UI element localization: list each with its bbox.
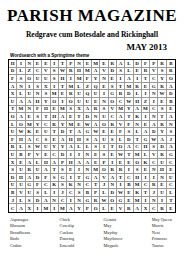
grid-cell: A bbox=[134, 204, 142, 212]
grid-cell: T bbox=[59, 83, 67, 91]
grid-cell: Z bbox=[142, 98, 150, 106]
grid-cell: R bbox=[158, 83, 166, 91]
grid-cell: N bbox=[150, 166, 158, 174]
grid-cell: G bbox=[84, 128, 92, 136]
word-item: Maypole bbox=[103, 243, 122, 249]
grid-cell: N bbox=[134, 121, 142, 129]
grid-cell: V bbox=[100, 174, 108, 182]
grid-cell: H bbox=[17, 174, 25, 182]
grid-cell: M bbox=[134, 182, 142, 190]
grid-cell: Y bbox=[42, 98, 50, 106]
grid-cell: N bbox=[34, 90, 42, 98]
grid-cell: A bbox=[42, 166, 50, 174]
grid-cell: E bbox=[117, 159, 125, 167]
grid-cell: R bbox=[125, 204, 133, 212]
grid-cell: M bbox=[67, 121, 75, 129]
grid-cell: V bbox=[117, 121, 125, 129]
grid-cell: C bbox=[167, 159, 175, 167]
grid-cell: Y bbox=[59, 144, 67, 152]
grid-cell: M bbox=[92, 166, 100, 174]
grid-cell: O bbox=[167, 75, 175, 83]
grid-cell: M bbox=[59, 204, 67, 212]
grid-cell: D bbox=[59, 128, 67, 136]
grid-cell: I bbox=[34, 204, 42, 212]
grid-cell: E bbox=[51, 106, 59, 114]
grid-cell: C bbox=[34, 136, 42, 144]
grid-cell: H bbox=[17, 136, 25, 144]
grid-cell: K bbox=[26, 128, 34, 136]
grid-cell: S bbox=[42, 90, 50, 98]
grid-cell: O bbox=[100, 166, 108, 174]
grid-cell: M bbox=[142, 106, 150, 114]
grid-cell: W bbox=[117, 189, 125, 197]
grid-cell: M bbox=[84, 68, 92, 76]
grid-cell: L bbox=[125, 68, 133, 76]
grid-cell: S bbox=[34, 83, 42, 91]
grid-cell: O bbox=[92, 204, 100, 212]
grid-cell: D bbox=[150, 128, 158, 136]
grid-cell: N bbox=[150, 90, 158, 98]
grid-cell: R bbox=[51, 121, 59, 129]
grid-cell: R bbox=[9, 144, 17, 152]
grid-cell: S bbox=[9, 166, 17, 174]
grid-cell: I bbox=[51, 204, 59, 212]
grid-cell: W bbox=[59, 68, 67, 76]
grid-cell: T bbox=[92, 182, 100, 190]
grid-cell: D bbox=[34, 174, 42, 182]
grid-cell: T bbox=[75, 113, 83, 121]
grid-cell: I bbox=[158, 197, 166, 205]
grid-cell: A bbox=[67, 204, 75, 212]
grid-cell: L bbox=[142, 151, 150, 159]
grid-cell: D bbox=[9, 68, 17, 76]
grid-cell: G bbox=[167, 151, 175, 159]
grid-cell: R bbox=[109, 121, 117, 129]
grid-cell: E bbox=[142, 166, 150, 174]
grid-cell: T bbox=[51, 166, 59, 174]
grid-cell: C bbox=[34, 68, 42, 76]
grid-cell: U bbox=[92, 90, 100, 98]
grid-cell: W bbox=[17, 128, 25, 136]
grid-cell: V bbox=[34, 151, 42, 159]
grid-cell: W bbox=[158, 90, 166, 98]
grid-cell: K bbox=[134, 189, 142, 197]
grid-cell: E bbox=[84, 60, 92, 68]
grid-cell: A bbox=[158, 136, 166, 144]
grid-cell: H bbox=[75, 136, 83, 144]
grid-cell: Q bbox=[84, 90, 92, 98]
grid-cell: C bbox=[9, 204, 17, 212]
grid-cell: G bbox=[84, 174, 92, 182]
grid-cell: A bbox=[92, 136, 100, 144]
grid-cell: I bbox=[67, 151, 75, 159]
grid-cell: M bbox=[117, 106, 125, 114]
word-item: Taurus bbox=[152, 243, 172, 249]
grid-cell: L bbox=[134, 90, 142, 98]
grid-cell: A bbox=[142, 128, 150, 136]
grid-cell: N bbox=[100, 75, 108, 83]
grid-cell: C bbox=[150, 159, 158, 167]
grid-cell: U bbox=[100, 113, 108, 121]
grid-cell: U bbox=[100, 136, 108, 144]
grid-cell: T bbox=[117, 83, 125, 91]
grid-cell: I bbox=[59, 98, 67, 106]
grid-cell: U bbox=[42, 144, 50, 152]
grid-cell: W bbox=[150, 136, 158, 144]
grid-cell: T bbox=[125, 151, 133, 159]
grid-cell: T bbox=[142, 189, 150, 197]
grid-cell: I bbox=[51, 60, 59, 68]
grid-cell: A bbox=[150, 121, 158, 129]
grid-cell: S bbox=[51, 174, 59, 182]
grid-cell: V bbox=[100, 68, 108, 76]
grid-cell: Y bbox=[125, 106, 133, 114]
grid-cell: R bbox=[92, 106, 100, 114]
grid-cell: X bbox=[9, 90, 17, 98]
grid-cell: V bbox=[117, 204, 125, 212]
grid-cell: A bbox=[117, 60, 125, 68]
grid-cell: J bbox=[150, 189, 158, 197]
grid-cell: A bbox=[26, 174, 34, 182]
grid-cell: U bbox=[9, 151, 17, 159]
grid-cell: C bbox=[150, 75, 158, 83]
grid-cell: C bbox=[84, 182, 92, 190]
grid-cell: A bbox=[92, 121, 100, 129]
grid-cell: E bbox=[51, 136, 59, 144]
grid-cell: R bbox=[158, 204, 166, 212]
grid-cell: N bbox=[26, 60, 34, 68]
grid-cell: U bbox=[26, 189, 34, 197]
grid-cell: I bbox=[75, 166, 83, 174]
grid-cell: W bbox=[125, 98, 133, 106]
grid-cell: C bbox=[42, 121, 50, 129]
grid-cell: N bbox=[158, 174, 166, 182]
grid-cell: Y bbox=[75, 204, 83, 212]
grid-cell: I bbox=[67, 75, 75, 83]
grid-cell: P bbox=[59, 159, 67, 167]
grid-cell: E bbox=[158, 98, 166, 106]
grid-cell: S bbox=[26, 144, 34, 152]
grid-cell: E bbox=[109, 75, 117, 83]
grid-cell: C bbox=[150, 204, 158, 212]
grid-cell: X bbox=[26, 204, 34, 212]
grid-cell: I bbox=[150, 174, 158, 182]
grid-cell: S bbox=[117, 68, 125, 76]
grid-cell: I bbox=[100, 90, 108, 98]
grid-cell: Y bbox=[158, 128, 166, 136]
grid-cell: I bbox=[142, 174, 150, 182]
grid-cell: N bbox=[92, 113, 100, 121]
grid-cell: B bbox=[17, 151, 25, 159]
grid-cell: L bbox=[34, 159, 42, 167]
grid-cell: M bbox=[92, 60, 100, 68]
grid-cell: O bbox=[100, 121, 108, 129]
grid-cell: I bbox=[67, 174, 75, 182]
grid-cell: O bbox=[9, 113, 17, 121]
grid-cell: L bbox=[17, 68, 25, 76]
grid-cell: I bbox=[117, 182, 125, 190]
grid-cell: P bbox=[67, 60, 75, 68]
grid-cell: S bbox=[51, 68, 59, 76]
grid-cell: P bbox=[150, 60, 158, 68]
grid-cell: E bbox=[92, 159, 100, 167]
grid-cell: E bbox=[158, 182, 166, 190]
grid-cell: Q bbox=[92, 83, 100, 91]
grid-cell: S bbox=[34, 189, 42, 197]
grid-cell: W bbox=[100, 197, 108, 205]
grid-cell: L bbox=[125, 60, 133, 68]
grid-cell: T bbox=[158, 113, 166, 121]
grid-cell: I bbox=[125, 166, 133, 174]
grid-cell: O bbox=[17, 121, 25, 129]
grid-cell: E bbox=[100, 128, 108, 136]
grid-cell: L bbox=[42, 189, 50, 197]
grid-cell: H bbox=[42, 106, 50, 114]
grid-cell: L bbox=[134, 128, 142, 136]
grid-cell: N bbox=[51, 197, 59, 205]
grid-cell: F bbox=[9, 136, 17, 144]
grid-cell: I bbox=[142, 197, 150, 205]
grid-cell: I bbox=[17, 60, 25, 68]
grid-cell: E bbox=[17, 159, 25, 167]
grid-cell: U bbox=[42, 75, 50, 83]
grid-cell: U bbox=[34, 75, 42, 83]
grid-cell: U bbox=[9, 128, 17, 136]
grid-cell: E bbox=[34, 128, 42, 136]
grid-cell: E bbox=[59, 90, 67, 98]
grid-cell: A bbox=[92, 174, 100, 182]
grid-cell: T bbox=[125, 113, 133, 121]
grid-cell: T bbox=[117, 174, 125, 182]
grid-cell: J bbox=[100, 182, 108, 190]
page-title: PARISH MAGAZINE bbox=[0, 6, 184, 26]
grid-cell: D bbox=[125, 136, 133, 144]
grid-cell: S bbox=[34, 113, 42, 121]
grid-cell: A bbox=[17, 204, 25, 212]
grid-cell: G bbox=[59, 174, 67, 182]
grid-cell: H bbox=[75, 68, 83, 76]
grid-cell: M bbox=[75, 75, 83, 83]
grid-cell: M bbox=[42, 204, 50, 212]
grid-cell: F bbox=[34, 182, 42, 190]
grid-cell: T bbox=[42, 113, 50, 121]
grid-cell: S bbox=[109, 136, 117, 144]
grid-cell: N bbox=[75, 60, 83, 68]
grid-cell: O bbox=[134, 159, 142, 167]
grid-cell: W bbox=[84, 121, 92, 129]
grid-cell: I bbox=[142, 90, 150, 98]
grid-cell: S bbox=[42, 136, 50, 144]
grid-cell: A bbox=[42, 197, 50, 205]
grid-cell: E bbox=[142, 83, 150, 91]
grid-cell: L bbox=[75, 144, 83, 152]
grid-cell: R bbox=[142, 68, 150, 76]
grid-cell: U bbox=[9, 182, 17, 190]
word-list-column: ChickCowslipCuckooDancingEmerald bbox=[60, 217, 75, 249]
grid-cell: A bbox=[84, 159, 92, 167]
issue-date: MAY 2013 bbox=[0, 42, 184, 52]
grid-cell: T bbox=[51, 128, 59, 136]
grid-cell: I bbox=[100, 144, 108, 152]
grid-cell: T bbox=[75, 174, 83, 182]
grid-cell: O bbox=[117, 144, 125, 152]
grid-cell: U bbox=[17, 182, 25, 190]
grid-cell: N bbox=[26, 106, 34, 114]
grid-cell: D bbox=[167, 90, 175, 98]
grid-cell: P bbox=[100, 159, 108, 167]
grid-cell: B bbox=[125, 182, 133, 190]
grid-cell: N bbox=[75, 197, 83, 205]
grid-cell: Z bbox=[84, 83, 92, 91]
grid-cell: N bbox=[167, 121, 175, 129]
grid-cell: S bbox=[158, 106, 166, 114]
grid-cell: N bbox=[150, 113, 158, 121]
magazine-page: PARISH MAGAZINE Redgrave cum Botesdale a… bbox=[0, 0, 184, 260]
grid-cell: E bbox=[75, 121, 83, 129]
grid-cell: U bbox=[42, 128, 50, 136]
grid-cell: I bbox=[142, 113, 150, 121]
grid-cell: E bbox=[34, 60, 42, 68]
grid-cell: N bbox=[150, 197, 158, 205]
grid-cell: U bbox=[158, 159, 166, 167]
grid-cell: T bbox=[59, 60, 67, 68]
grid-cell: M bbox=[67, 83, 75, 91]
grid-cell: K bbox=[51, 182, 59, 190]
grid-cell: D bbox=[125, 90, 133, 98]
grid-cell: U bbox=[9, 98, 17, 106]
grid-cell: T bbox=[134, 136, 142, 144]
grid-cell: B bbox=[9, 189, 17, 197]
grid-cell: A bbox=[17, 98, 25, 106]
grid-cell: K bbox=[134, 113, 142, 121]
grid-cell: C bbox=[150, 106, 158, 114]
grid-cell: W bbox=[117, 151, 125, 159]
grid-cell: K bbox=[142, 159, 150, 167]
grid-cell: V bbox=[150, 68, 158, 76]
grid-cell: R bbox=[67, 90, 75, 98]
grid-cell: U bbox=[26, 90, 34, 98]
grid-cell: I bbox=[75, 151, 83, 159]
word-list-column: GeminiMayMaydayMayflowerMaypole bbox=[103, 217, 122, 249]
grid-cell: E bbox=[109, 151, 117, 159]
grid-cell: J bbox=[59, 189, 67, 197]
grid-cell: S bbox=[17, 75, 25, 83]
grid-cell: A bbox=[17, 113, 25, 121]
grid-cell: L bbox=[9, 121, 17, 129]
grid-cell: D bbox=[84, 113, 92, 121]
grid-cell: E bbox=[125, 189, 133, 197]
grid-cell: Y bbox=[158, 75, 166, 83]
word-item: Catkin bbox=[10, 243, 30, 249]
word-list-column: AsparagusBlossomBroadbeansBudsCatkin bbox=[10, 217, 30, 249]
grid-cell: A bbox=[75, 128, 83, 136]
grid-cell: A bbox=[26, 159, 34, 167]
grid-cell: E bbox=[100, 60, 108, 68]
grid-cell: N bbox=[100, 98, 108, 106]
grid-cell: N bbox=[17, 83, 25, 91]
grid-cell: R bbox=[109, 60, 117, 68]
grid-cell: C bbox=[67, 189, 75, 197]
grid-cell: W bbox=[92, 128, 100, 136]
grid-cell: G bbox=[150, 83, 158, 91]
grid-cell: C bbox=[167, 182, 175, 190]
grid-cell: C bbox=[42, 182, 50, 190]
grid-cell: E bbox=[167, 204, 175, 212]
grid-cell: P bbox=[26, 151, 34, 159]
grid-cell: A bbox=[167, 83, 175, 91]
grid-cell: S bbox=[109, 83, 117, 91]
grid-cell: I bbox=[117, 75, 125, 83]
grid-cell: A bbox=[59, 113, 67, 121]
grid-cell: E bbox=[100, 83, 108, 91]
grid-cell: N bbox=[84, 166, 92, 174]
grid-cell: A bbox=[84, 106, 92, 114]
grid-cell: I bbox=[51, 83, 59, 91]
grid-cell: G bbox=[117, 197, 125, 205]
grid-cell: O bbox=[109, 197, 117, 205]
grid-cell: E bbox=[67, 113, 75, 121]
grid-cell: R bbox=[92, 197, 100, 205]
grid-cell: L bbox=[17, 197, 25, 205]
grid-cell: D bbox=[109, 189, 117, 197]
grid-cell: A bbox=[26, 136, 34, 144]
grid-cell: L bbox=[84, 144, 92, 152]
grid-cell: L bbox=[100, 204, 108, 212]
grid-cell: S bbox=[150, 144, 158, 152]
grid-cell: A bbox=[134, 106, 142, 114]
grid-cell: F bbox=[34, 106, 42, 114]
grid-cell: I bbox=[150, 98, 158, 106]
grid-cell: I bbox=[67, 197, 75, 205]
grid-cell: L bbox=[17, 144, 25, 152]
grid-cell: G bbox=[109, 90, 117, 98]
grid-cell: H bbox=[59, 75, 67, 83]
grid-cell: R bbox=[158, 60, 166, 68]
grid-cell: E bbox=[142, 121, 150, 129]
grid-cell: J bbox=[9, 197, 17, 205]
grid-cell: L bbox=[100, 189, 108, 197]
grid-cell: B bbox=[167, 60, 175, 68]
grid-cell: N bbox=[84, 151, 92, 159]
grid-cell: X bbox=[75, 106, 83, 114]
grid-cell: E bbox=[42, 60, 50, 68]
grid-cell: S bbox=[51, 75, 59, 83]
grid-cell: M bbox=[26, 121, 34, 129]
grid-cell: H bbox=[134, 174, 142, 182]
grid-cell: I bbox=[26, 83, 34, 91]
grid-cell: R bbox=[117, 90, 125, 98]
grid-cell: S bbox=[100, 106, 108, 114]
grid-cell: R bbox=[117, 166, 125, 174]
grid-cell: Y bbox=[34, 121, 42, 129]
grid-cell: I bbox=[134, 75, 142, 83]
grid-cell: X bbox=[142, 204, 150, 212]
grid-cell: M bbox=[134, 151, 142, 159]
grid-cell: F bbox=[42, 174, 50, 182]
grid-cell: C bbox=[51, 151, 59, 159]
grid-cell: T bbox=[109, 144, 117, 152]
grid-cell: P bbox=[84, 204, 92, 212]
grid-cell: H bbox=[42, 159, 50, 167]
grid-cell: M bbox=[17, 106, 25, 114]
grid-cell: R bbox=[109, 166, 117, 174]
grid-cell: E bbox=[92, 151, 100, 159]
grid-cell: N bbox=[75, 182, 83, 190]
word-list: AsparagusBlossomBroadbeansBudsCatkinChic… bbox=[0, 217, 184, 249]
grid-cell: R bbox=[167, 68, 175, 76]
grid-cell: F bbox=[117, 128, 125, 136]
grid-cell: G bbox=[142, 136, 150, 144]
